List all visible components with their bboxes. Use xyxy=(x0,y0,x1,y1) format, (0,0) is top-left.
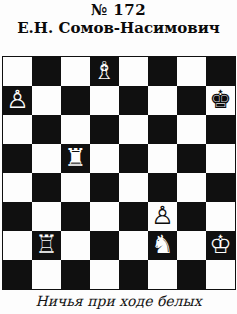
square-c3 xyxy=(61,202,90,231)
square-h5 xyxy=(206,144,235,173)
square-a5 xyxy=(3,144,32,173)
square-b6 xyxy=(32,115,61,144)
square-b7 xyxy=(32,86,61,115)
square-e6 xyxy=(119,115,148,144)
square-g5 xyxy=(177,144,206,173)
square-e1 xyxy=(119,260,148,289)
square-f4 xyxy=(148,173,177,202)
square-h4 xyxy=(206,173,235,202)
board-frame: ♗♙♚♜♙♖♞♔ xyxy=(2,56,236,290)
square-a6 xyxy=(3,115,32,144)
white-pawn: ♙ xyxy=(3,86,32,115)
square-h2: ♔ xyxy=(206,231,235,260)
square-a1 xyxy=(3,260,32,289)
square-b8 xyxy=(32,57,61,86)
square-e3 xyxy=(119,202,148,231)
black-king: ♚ xyxy=(206,86,235,115)
square-g8 xyxy=(177,57,206,86)
square-f6 xyxy=(148,115,177,144)
square-d4 xyxy=(90,173,119,202)
square-f5 xyxy=(148,144,177,173)
square-c5: ♜ xyxy=(61,144,90,173)
white-pawn: ♙ xyxy=(148,202,177,231)
square-e8 xyxy=(119,57,148,86)
square-h1 xyxy=(206,260,235,289)
square-c2 xyxy=(61,231,90,260)
square-e7 xyxy=(119,86,148,115)
square-d5 xyxy=(90,144,119,173)
square-f3: ♙ xyxy=(148,202,177,231)
white-rook: ♖ xyxy=(32,231,61,260)
square-f7 xyxy=(148,86,177,115)
square-b1 xyxy=(32,260,61,289)
square-d1 xyxy=(90,260,119,289)
square-b3 xyxy=(32,202,61,231)
black-rook: ♜ xyxy=(61,144,90,173)
square-g1 xyxy=(177,260,206,289)
square-e4 xyxy=(119,173,148,202)
square-g6 xyxy=(177,115,206,144)
square-g2 xyxy=(177,231,206,260)
square-d8: ♗ xyxy=(90,57,119,86)
square-a3 xyxy=(3,202,32,231)
square-c8 xyxy=(61,57,90,86)
stipulation-caption: Ничья при ходе белых xyxy=(0,293,237,309)
square-e5 xyxy=(119,144,148,173)
black-knight: ♞ xyxy=(148,231,177,260)
problem-number: № 172 xyxy=(0,0,237,19)
square-c1 xyxy=(61,260,90,289)
square-h3 xyxy=(206,202,235,231)
square-b4 xyxy=(32,173,61,202)
square-h7: ♚ xyxy=(206,86,235,115)
square-d6 xyxy=(90,115,119,144)
white-bishop: ♗ xyxy=(90,57,119,86)
square-e2 xyxy=(119,231,148,260)
square-d7 xyxy=(90,86,119,115)
square-a4 xyxy=(3,173,32,202)
square-g3 xyxy=(177,202,206,231)
square-f2: ♞ xyxy=(148,231,177,260)
square-b5 xyxy=(32,144,61,173)
square-h8 xyxy=(206,57,235,86)
square-d3 xyxy=(90,202,119,231)
square-b2: ♖ xyxy=(32,231,61,260)
square-d2 xyxy=(90,231,119,260)
square-c4 xyxy=(61,173,90,202)
square-h6 xyxy=(206,115,235,144)
square-c6 xyxy=(61,115,90,144)
diagram-page: № 172 Е.Н. Сомов-Насимович ♗♙♚♜♙♖♞♔ Ничь… xyxy=(0,0,237,314)
white-king: ♔ xyxy=(206,231,235,260)
square-f1 xyxy=(148,260,177,289)
square-g4 xyxy=(177,173,206,202)
square-a8 xyxy=(3,57,32,86)
square-f8 xyxy=(148,57,177,86)
chess-board: ♗♙♚♜♙♖♞♔ xyxy=(3,57,235,289)
composer-name: Е.Н. Сомов-Насимович xyxy=(0,19,237,37)
square-a2 xyxy=(3,231,32,260)
square-c7 xyxy=(61,86,90,115)
square-a7: ♙ xyxy=(3,86,32,115)
square-g7 xyxy=(177,86,206,115)
